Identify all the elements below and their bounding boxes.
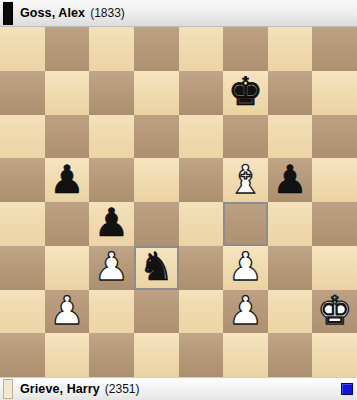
chess-app-window: Goss, Alex (1833) ♚♟♝♟♟♟♞♟♟♟♚ Grieve, Ha… (0, 0, 357, 400)
square-c1[interactable] (89, 333, 134, 377)
player-rating-bottom: (2351) (105, 382, 140, 396)
square-a1[interactable] (0, 333, 45, 377)
black-pawn-g5[interactable]: ♟ (273, 160, 308, 199)
square-h3[interactable] (312, 246, 357, 290)
square-c8[interactable] (89, 27, 134, 71)
square-d8[interactable] (134, 27, 179, 71)
player-bar-top: Goss, Alex (1833) (0, 0, 357, 27)
square-h2[interactable]: ♚ (312, 290, 357, 334)
square-e1[interactable] (179, 333, 224, 377)
square-b2[interactable]: ♟ (45, 290, 90, 334)
square-g5[interactable]: ♟ (268, 158, 313, 202)
square-e3[interactable] (179, 246, 224, 290)
square-e6[interactable] (179, 115, 224, 159)
square-d1[interactable] (134, 333, 179, 377)
square-a6[interactable] (0, 115, 45, 159)
square-d5[interactable] (134, 158, 179, 202)
square-g4[interactable] (268, 202, 313, 246)
square-e8[interactable] (179, 27, 224, 71)
white-pawn-c3[interactable]: ♟ (94, 247, 129, 286)
square-e5[interactable] (179, 158, 224, 202)
white-king-h2[interactable]: ♚ (317, 291, 352, 330)
player-name-bottom: Grieve, Harry (20, 382, 100, 396)
square-d7[interactable] (134, 71, 179, 115)
square-c7[interactable] (89, 71, 134, 115)
square-b6[interactable] (45, 115, 90, 159)
square-b7[interactable] (45, 71, 90, 115)
square-b1[interactable] (45, 333, 90, 377)
square-f1[interactable] (223, 333, 268, 377)
square-f4[interactable] (223, 202, 268, 246)
square-h5[interactable] (312, 158, 357, 202)
black-pawn-b5[interactable]: ♟ (49, 160, 84, 199)
square-e7[interactable] (179, 71, 224, 115)
square-g3[interactable] (268, 246, 313, 290)
player-rating-top: (1833) (90, 6, 125, 20)
square-g6[interactable] (268, 115, 313, 159)
square-a2[interactable] (0, 290, 45, 334)
square-d4[interactable] (134, 202, 179, 246)
black-pawn-c4[interactable]: ♟ (94, 203, 129, 242)
square-a7[interactable] (0, 71, 45, 115)
square-h7[interactable] (312, 71, 357, 115)
square-c4[interactable]: ♟ (89, 202, 134, 246)
white-side-indicator-icon (3, 379, 13, 399)
square-f3[interactable]: ♟ (223, 246, 268, 290)
square-e4[interactable] (179, 202, 224, 246)
square-h4[interactable] (312, 202, 357, 246)
black-king-f7[interactable]: ♚ (228, 72, 263, 111)
square-h8[interactable] (312, 27, 357, 71)
square-c2[interactable] (89, 290, 134, 334)
square-f6[interactable] (223, 115, 268, 159)
black-knight-d3[interactable]: ♞ (139, 247, 174, 286)
square-a4[interactable] (0, 202, 45, 246)
chess-board[interactable]: ♚♟♝♟♟♟♞♟♟♟♚ (0, 27, 357, 377)
square-f5[interactable]: ♝ (223, 158, 268, 202)
square-b3[interactable] (45, 246, 90, 290)
square-e2[interactable] (179, 290, 224, 334)
square-g1[interactable] (268, 333, 313, 377)
player-bar-bottom: Grieve, Harry (2351) (0, 377, 357, 400)
square-f8[interactable] (223, 27, 268, 71)
square-d6[interactable] (134, 115, 179, 159)
square-f7[interactable]: ♚ (223, 71, 268, 115)
square-g8[interactable] (268, 27, 313, 71)
square-a3[interactable] (0, 246, 45, 290)
square-c3[interactable]: ♟ (89, 246, 134, 290)
square-h6[interactable] (312, 115, 357, 159)
white-pawn-f3[interactable]: ♟ (228, 247, 263, 286)
black-side-indicator-icon (3, 2, 13, 25)
white-pawn-b2[interactable]: ♟ (49, 291, 84, 330)
square-a5[interactable] (0, 158, 45, 202)
white-bishop-f5[interactable]: ♝ (228, 160, 263, 199)
square-d2[interactable] (134, 290, 179, 334)
square-c5[interactable] (89, 158, 134, 202)
turn-indicator-icon (341, 383, 353, 395)
white-pawn-f2[interactable]: ♟ (228, 291, 263, 330)
square-h1[interactable] (312, 333, 357, 377)
square-f2[interactable]: ♟ (223, 290, 268, 334)
square-b4[interactable] (45, 202, 90, 246)
square-a8[interactable] (0, 27, 45, 71)
square-g7[interactable] (268, 71, 313, 115)
square-b5[interactable]: ♟ (45, 158, 90, 202)
square-d3[interactable]: ♞ (134, 246, 179, 290)
player-name-top: Goss, Alex (20, 6, 85, 20)
square-g2[interactable] (268, 290, 313, 334)
square-b8[interactable] (45, 27, 90, 71)
square-c6[interactable] (89, 115, 134, 159)
